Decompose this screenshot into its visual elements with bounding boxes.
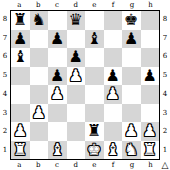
piece-black-queen: ♛ bbox=[69, 12, 83, 28]
piece-black-pawn: ♟ bbox=[124, 31, 138, 47]
rank-label-6: 6 bbox=[160, 48, 170, 67]
chess-board: ♜♞♛♚♟♟♝♟♝♟♟♟♟♟♟♟♟♟♜♟♟♜♝♚♝♞♜ bbox=[10, 10, 160, 160]
square-g2[interactable]: ♟ bbox=[122, 122, 141, 141]
piece-black-rook: ♜ bbox=[13, 12, 27, 28]
piece-white-rook: ♜ bbox=[13, 142, 27, 158]
piece-white-rook: ♜ bbox=[143, 142, 157, 158]
rank-label-8: 8 bbox=[0, 10, 10, 29]
file-label-d: d bbox=[66, 0, 85, 10]
file-label-e: e bbox=[85, 0, 104, 10]
square-h5[interactable]: ♟ bbox=[141, 67, 160, 86]
piece-black-rook: ♜ bbox=[87, 123, 101, 139]
corner-top-left bbox=[0, 0, 10, 10]
chess-diagram: abcdefgh 87654321 ♜♞♛♚♟♟♝♟♝♟♟♟♟♟♟♟♟♟♜♟♟♜… bbox=[0, 0, 170, 170]
square-d6[interactable]: ♟ bbox=[67, 48, 86, 67]
square-h3[interactable] bbox=[141, 104, 160, 123]
square-a6[interactable]: ♝ bbox=[11, 48, 30, 67]
square-d5[interactable]: ♟ bbox=[67, 67, 86, 86]
square-h1[interactable]: ♜ bbox=[141, 141, 160, 160]
square-d1[interactable] bbox=[67, 141, 86, 160]
side-to-move-indicator: △ bbox=[160, 160, 170, 170]
square-g7[interactable]: ♟ bbox=[122, 30, 141, 49]
rank-label-6: 6 bbox=[0, 48, 10, 67]
square-f5[interactable]: ♟ bbox=[104, 67, 123, 86]
square-b6[interactable] bbox=[30, 48, 49, 67]
square-f7[interactable] bbox=[104, 30, 123, 49]
square-c3[interactable] bbox=[48, 104, 67, 123]
file-label-b: b bbox=[29, 0, 48, 10]
file-label-c: c bbox=[48, 160, 67, 170]
square-f1[interactable]: ♝ bbox=[104, 141, 123, 160]
square-c5[interactable]: ♟ bbox=[48, 67, 67, 86]
square-a4[interactable] bbox=[11, 85, 30, 104]
square-a7[interactable]: ♟ bbox=[11, 30, 30, 49]
square-a2[interactable]: ♟ bbox=[11, 122, 30, 141]
square-f4[interactable]: ♟ bbox=[104, 85, 123, 104]
file-label-h: h bbox=[141, 160, 160, 170]
rank-labels-right: 87654321 bbox=[160, 10, 170, 160]
file-label-d: d bbox=[66, 160, 85, 170]
square-b5[interactable] bbox=[30, 67, 49, 86]
piece-white-pawn: ♟ bbox=[106, 86, 120, 102]
square-e5[interactable] bbox=[85, 67, 104, 86]
piece-black-king: ♚ bbox=[124, 12, 138, 28]
square-e4[interactable] bbox=[85, 85, 104, 104]
square-c7[interactable]: ♟ bbox=[48, 30, 67, 49]
square-c8[interactable] bbox=[48, 11, 67, 30]
rank-label-4: 4 bbox=[0, 85, 10, 104]
piece-black-pawn: ♟ bbox=[143, 68, 157, 84]
file-label-g: g bbox=[123, 0, 142, 10]
corner-top-right bbox=[160, 0, 170, 10]
square-g8[interactable]: ♚ bbox=[122, 11, 141, 30]
rank-label-5: 5 bbox=[160, 66, 170, 85]
file-label-h: h bbox=[141, 0, 160, 10]
square-d8[interactable]: ♛ bbox=[67, 11, 86, 30]
file-labels-top: abcdefgh bbox=[10, 0, 160, 10]
rank-label-1: 1 bbox=[160, 141, 170, 160]
rank-labels-left: 87654321 bbox=[0, 10, 10, 160]
piece-black-pawn: ♟ bbox=[106, 68, 120, 84]
rank-label-7: 7 bbox=[0, 29, 10, 48]
piece-black-pawn: ♟ bbox=[50, 68, 64, 84]
rank-label-5: 5 bbox=[0, 66, 10, 85]
rank-label-2: 2 bbox=[0, 123, 10, 142]
square-d4[interactable] bbox=[67, 85, 86, 104]
file-labels-bottom: abcdefgh bbox=[10, 160, 160, 170]
square-d2[interactable] bbox=[67, 122, 86, 141]
square-a8[interactable]: ♜ bbox=[11, 11, 30, 30]
square-b2[interactable] bbox=[30, 122, 49, 141]
square-d7[interactable] bbox=[67, 30, 86, 49]
rank-label-3: 3 bbox=[0, 104, 10, 123]
rank-label-2: 2 bbox=[160, 123, 170, 142]
square-a1[interactable]: ♜ bbox=[11, 141, 30, 160]
square-b4[interactable] bbox=[30, 85, 49, 104]
file-label-g: g bbox=[123, 160, 142, 170]
square-f8[interactable] bbox=[104, 11, 123, 30]
square-b7[interactable] bbox=[30, 30, 49, 49]
piece-black-pawn: ♟ bbox=[69, 49, 83, 65]
file-label-f: f bbox=[104, 0, 123, 10]
piece-black-pawn: ♟ bbox=[13, 31, 27, 47]
square-a3[interactable] bbox=[11, 104, 30, 123]
square-g1[interactable]: ♞ bbox=[122, 141, 141, 160]
square-h2[interactable]: ♟ bbox=[141, 122, 160, 141]
rank-label-1: 1 bbox=[0, 141, 10, 160]
piece-white-pawn: ♟ bbox=[124, 123, 138, 139]
piece-black-knight: ♞ bbox=[32, 12, 46, 28]
square-d3[interactable] bbox=[67, 104, 86, 123]
square-e2[interactable]: ♜ bbox=[85, 122, 104, 141]
square-e3[interactable] bbox=[85, 104, 104, 123]
square-c1[interactable]: ♝ bbox=[48, 141, 67, 160]
file-label-a: a bbox=[10, 0, 29, 10]
white-to-move-triangle-icon: △ bbox=[162, 161, 169, 170]
piece-white-pawn: ♟ bbox=[69, 68, 83, 84]
square-e8[interactable] bbox=[85, 11, 104, 30]
corner-bottom-left bbox=[0, 160, 10, 170]
square-f3[interactable] bbox=[104, 104, 123, 123]
piece-white-pawn: ♟ bbox=[50, 86, 64, 102]
square-h4[interactable] bbox=[141, 85, 160, 104]
piece-white-pawn: ♟ bbox=[143, 123, 157, 139]
square-g5[interactable] bbox=[122, 67, 141, 86]
file-label-c: c bbox=[48, 0, 67, 10]
square-c2[interactable] bbox=[48, 122, 67, 141]
piece-white-bishop: ♝ bbox=[50, 142, 64, 158]
square-c6[interactable] bbox=[48, 48, 67, 67]
square-e6[interactable] bbox=[85, 48, 104, 67]
square-f6[interactable] bbox=[104, 48, 123, 67]
piece-black-pawn: ♟ bbox=[50, 31, 64, 47]
square-e7[interactable]: ♝ bbox=[85, 30, 104, 49]
square-g3[interactable] bbox=[122, 104, 141, 123]
square-h7[interactable] bbox=[141, 30, 160, 49]
piece-black-bishop: ♝ bbox=[13, 49, 27, 65]
square-e1[interactable]: ♚ bbox=[85, 141, 104, 160]
square-h6[interactable] bbox=[141, 48, 160, 67]
piece-white-pawn: ♟ bbox=[32, 105, 46, 121]
rank-label-7: 7 bbox=[160, 29, 170, 48]
file-label-e: e bbox=[85, 160, 104, 170]
rank-label-4: 4 bbox=[160, 85, 170, 104]
square-f2[interactable] bbox=[104, 122, 123, 141]
piece-black-bishop: ♝ bbox=[87, 31, 101, 47]
square-b1[interactable] bbox=[30, 141, 49, 160]
piece-white-pawn: ♟ bbox=[13, 123, 27, 139]
square-g6[interactable] bbox=[122, 48, 141, 67]
square-a5[interactable] bbox=[11, 67, 30, 86]
piece-white-bishop: ♝ bbox=[106, 142, 120, 158]
square-h8[interactable] bbox=[141, 11, 160, 30]
square-b3[interactable]: ♟ bbox=[30, 104, 49, 123]
piece-white-knight: ♞ bbox=[124, 142, 138, 158]
rank-label-3: 3 bbox=[160, 104, 170, 123]
rank-label-8: 8 bbox=[160, 10, 170, 29]
square-b8[interactable]: ♞ bbox=[30, 11, 49, 30]
square-c4[interactable]: ♟ bbox=[48, 85, 67, 104]
file-label-a: a bbox=[10, 160, 29, 170]
piece-white-king: ♚ bbox=[87, 142, 101, 158]
square-g4[interactable] bbox=[122, 85, 141, 104]
file-label-b: b bbox=[29, 160, 48, 170]
file-label-f: f bbox=[104, 160, 123, 170]
